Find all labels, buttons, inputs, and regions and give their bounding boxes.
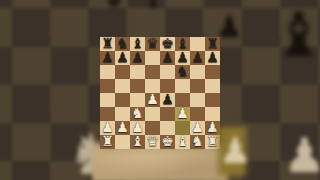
white-bishop-icon: ♝ <box>176 134 189 148</box>
black-rook-icon: ♜ <box>101 36 114 50</box>
square-c7[interactable]: ♟ <box>130 51 145 65</box>
square-f1[interactable]: ♝ <box>175 135 190 149</box>
black-knight-icon: ♞ <box>176 64 189 78</box>
square-h8[interactable]: ♜ <box>205 37 220 51</box>
black-king-icon: ♚ <box>161 36 174 50</box>
white-pawn-icon: ♟ <box>191 120 204 134</box>
square-b3[interactable] <box>115 107 130 121</box>
black-queen-icon: ♛ <box>146 36 159 50</box>
square-b6[interactable] <box>115 65 130 79</box>
square-f6[interactable]: ♞ <box>175 65 190 79</box>
square-a3[interactable] <box>100 107 115 121</box>
square-b1[interactable] <box>115 135 130 149</box>
square-f2[interactable] <box>175 121 190 135</box>
square-e6[interactable] <box>160 65 175 79</box>
square-g4[interactable] <box>190 93 205 107</box>
black-pawn-icon: ♟ <box>101 50 114 64</box>
white-pawn-icon: ♟ <box>206 120 219 134</box>
square-a6[interactable] <box>100 65 115 79</box>
white-pawn-icon: ♟ <box>146 92 159 106</box>
square-a7[interactable]: ♟ <box>100 51 115 65</box>
white-rook-icon: ♜ <box>206 134 219 148</box>
square-h5[interactable] <box>205 79 220 93</box>
white-bishop-icon: ♝ <box>131 134 144 148</box>
black-pawn-icon: ♟ <box>116 50 129 64</box>
black-pawn-icon: ♟ <box>131 50 144 64</box>
white-pawn-icon: ♟ <box>131 120 144 134</box>
square-b2[interactable]: ♟ <box>115 121 130 135</box>
black-pawn-icon: ♟ <box>176 50 189 64</box>
square-e7[interactable]: ♟ <box>160 51 175 65</box>
square-h2[interactable]: ♟ <box>205 121 220 135</box>
square-h6[interactable] <box>205 65 220 79</box>
square-g1[interactable]: ♞ <box>190 135 205 149</box>
square-g3[interactable] <box>190 107 205 121</box>
white-queen-icon: ♛ <box>146 134 159 148</box>
white-pawn-icon: ♟ <box>116 120 129 134</box>
square-g5[interactable] <box>190 79 205 93</box>
square-g8[interactable] <box>190 37 205 51</box>
black-rook-icon: ♜ <box>206 36 219 50</box>
square-d5[interactable] <box>145 79 160 93</box>
square-h4[interactable] <box>205 93 220 107</box>
square-c5[interactable] <box>130 79 145 93</box>
square-d3[interactable] <box>145 107 160 121</box>
square-c4[interactable] <box>130 93 145 107</box>
square-h7[interactable]: ♟ <box>205 51 220 65</box>
square-c8[interactable]: ♝ <box>130 37 145 51</box>
square-h1[interactable]: ♜ <box>205 135 220 149</box>
square-a4[interactable] <box>100 93 115 107</box>
square-a2[interactable]: ♟ <box>100 121 115 135</box>
square-e1[interactable]: ♚ <box>160 135 175 149</box>
square-f5[interactable] <box>175 79 190 93</box>
square-a5[interactable] <box>100 79 115 93</box>
square-d6[interactable] <box>145 65 160 79</box>
white-knight-icon: ♞ <box>191 134 204 148</box>
square-a8[interactable]: ♜ <box>100 37 115 51</box>
white-pawn-icon: ♟ <box>176 106 189 120</box>
square-c3[interactable]: ♞ <box>130 107 145 121</box>
square-b4[interactable] <box>115 93 130 107</box>
square-c2[interactable]: ♟ <box>130 121 145 135</box>
black-bishop-icon: ♝ <box>131 36 144 50</box>
black-knight-icon: ♞ <box>116 36 129 50</box>
square-b5[interactable] <box>115 79 130 93</box>
square-e4[interactable]: ♟ <box>160 93 175 107</box>
square-d1[interactable]: ♛ <box>145 135 160 149</box>
white-rook-icon: ♜ <box>101 134 114 148</box>
video-frame: ♝♟♚♝♞♟ ♜♞♝♛♚♝♜♟♟♟♟♟♟♟♞♟♟♞♟♟♟♟♟♟♜♝♛♚♝♞♜ ♟ <box>0 0 320 180</box>
square-f7[interactable]: ♟ <box>175 51 190 65</box>
white-knight-icon: ♞ <box>131 106 144 120</box>
square-e2[interactable] <box>160 121 175 135</box>
square-d2[interactable] <box>145 121 160 135</box>
square-g6[interactable] <box>190 65 205 79</box>
square-g2[interactable]: ♟ <box>190 121 205 135</box>
square-b8[interactable]: ♞ <box>115 37 130 51</box>
square-f3[interactable]: ♟ <box>175 107 190 121</box>
square-d7[interactable] <box>145 51 160 65</box>
square-e8[interactable]: ♚ <box>160 37 175 51</box>
square-e3[interactable] <box>160 107 175 121</box>
square-c1[interactable]: ♝ <box>130 135 145 149</box>
black-pawn-icon: ♟ <box>191 50 204 64</box>
white-pawn-icon: ♟ <box>101 120 114 134</box>
square-b7[interactable]: ♟ <box>115 51 130 65</box>
chess-board[interactable]: ♜♞♝♛♚♝♜♟♟♟♟♟♟♟♞♟♟♞♟♟♟♟♟♟♜♝♛♚♝♞♜ <box>100 37 220 149</box>
square-d4[interactable]: ♟ <box>145 93 160 107</box>
black-bishop-icon: ♝ <box>176 36 189 50</box>
square-c6[interactable] <box>130 65 145 79</box>
black-pawn-icon: ♟ <box>161 50 174 64</box>
white-king-icon: ♚ <box>161 134 174 148</box>
square-a1[interactable]: ♜ <box>100 135 115 149</box>
square-g7[interactable]: ♟ <box>190 51 205 65</box>
square-f4[interactable] <box>175 93 190 107</box>
square-d8[interactable]: ♛ <box>145 37 160 51</box>
square-e5[interactable] <box>160 79 175 93</box>
black-pawn-icon: ♟ <box>206 50 219 64</box>
square-f8[interactable]: ♝ <box>175 37 190 51</box>
square-h3[interactable] <box>205 107 220 121</box>
black-pawn-icon: ♟ <box>161 92 174 106</box>
